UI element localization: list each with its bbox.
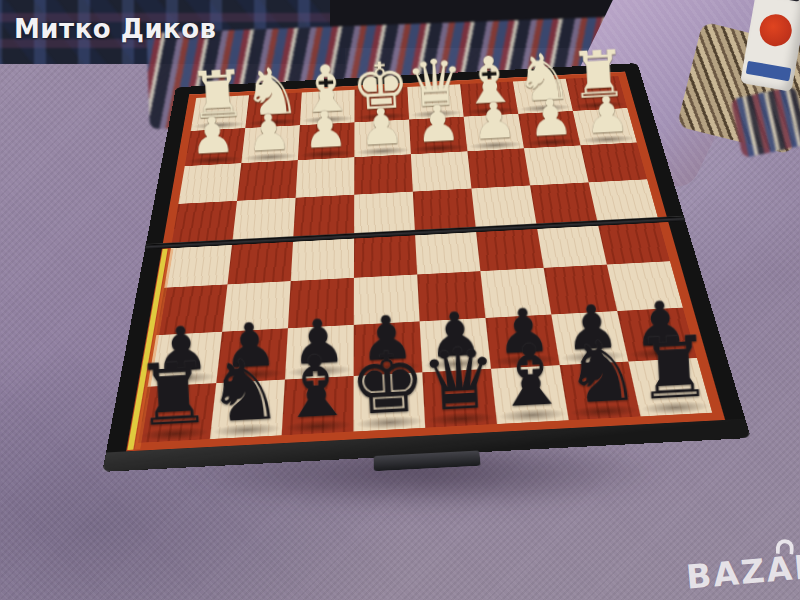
square-b2 xyxy=(518,111,580,148)
square-f5 xyxy=(291,235,354,282)
square-h6 xyxy=(156,285,227,336)
square-b5 xyxy=(537,222,607,268)
square-h4 xyxy=(172,201,237,245)
square-b4 xyxy=(530,182,597,225)
square-d6 xyxy=(417,271,485,321)
square-a3 xyxy=(580,142,647,182)
square-f2 xyxy=(298,122,355,160)
square-h1 xyxy=(191,95,249,131)
square-e1 xyxy=(354,87,409,122)
photo-stage: ♜♞♝♚♛♝♞♜♟♟♟♟♟♟♟♟♟♟♟♟♟♟♟♟♜♞♝♚♛♝♞♜ Митко Д… xyxy=(0,0,800,600)
square-g1 xyxy=(245,93,301,128)
square-c5 xyxy=(476,225,544,271)
square-f4 xyxy=(293,194,354,237)
square-c3 xyxy=(467,148,530,188)
bottle-logo-circle xyxy=(757,12,794,49)
square-g5 xyxy=(227,238,293,285)
square-f3 xyxy=(296,157,355,197)
square-e6 xyxy=(354,275,420,325)
bottle-label xyxy=(746,61,792,81)
square-a1 xyxy=(566,76,628,111)
board-tilt-wrapper: ♜♞♝♚♛♝♞♜♟♟♟♟♟♟♟♟♟♟♟♟♟♟♟♟♜♞♝♚♛♝♞♜ xyxy=(130,0,701,547)
square-g3 xyxy=(237,160,298,201)
square-a4 xyxy=(589,179,659,222)
square-c6 xyxy=(480,268,551,318)
square-f1 xyxy=(300,90,355,125)
square-e4 xyxy=(354,191,415,234)
square-g6 xyxy=(222,281,291,332)
square-h3 xyxy=(178,163,241,204)
board-grid xyxy=(138,76,712,443)
square-d3 xyxy=(411,151,472,191)
square-a5 xyxy=(597,219,670,265)
square-d5 xyxy=(415,228,481,274)
square-d1 xyxy=(407,84,463,119)
square-c2 xyxy=(464,114,524,151)
square-f6 xyxy=(288,278,354,328)
square-d2 xyxy=(409,117,467,155)
bottle-cap xyxy=(764,0,800,2)
square-b1 xyxy=(513,79,573,114)
square-a2 xyxy=(573,108,637,145)
square-e2 xyxy=(354,119,411,157)
square-b3 xyxy=(524,145,589,185)
crochet-fabric xyxy=(730,86,800,158)
square-h2 xyxy=(185,128,246,166)
board-clasp xyxy=(374,450,481,471)
square-g2 xyxy=(241,125,300,163)
shopping-bag-icon xyxy=(775,539,794,555)
square-e3 xyxy=(354,154,413,194)
square-a6 xyxy=(607,261,683,311)
watermark-text: Митко Диков xyxy=(14,14,217,44)
square-c1 xyxy=(460,82,518,117)
square-c4 xyxy=(471,185,536,228)
square-d4 xyxy=(413,188,476,231)
square-e5 xyxy=(354,231,417,278)
chess-board: ♜♞♝♚♛♝♞♜♟♟♟♟♟♟♟♟♟♟♟♟♟♟♟♟♜♞♝♚♛♝♞♜ xyxy=(102,63,751,472)
square-b6 xyxy=(544,265,618,315)
square-g4 xyxy=(232,198,295,242)
